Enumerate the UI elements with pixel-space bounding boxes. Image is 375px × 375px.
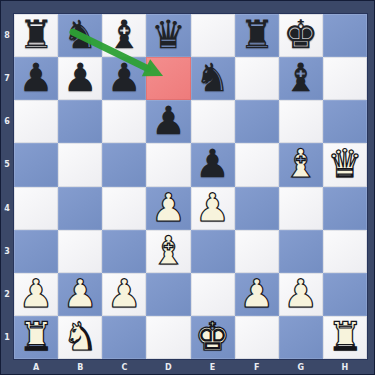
rank-label-3: 3 <box>0 230 14 273</box>
black-pawn-d6: ♟ <box>151 101 186 140</box>
white-rook-h1: ♜ <box>327 317 362 356</box>
square-c6[interactable] <box>102 100 146 143</box>
square-c3[interactable] <box>102 230 146 273</box>
square-b1[interactable]: ♞ <box>58 316 102 359</box>
square-b4[interactable] <box>58 187 102 230</box>
rank-label-2: 2 <box>0 273 14 316</box>
square-b7[interactable]: ♟ <box>58 57 102 100</box>
black-rook-f8: ♜ <box>239 15 274 54</box>
square-c4[interactable] <box>102 187 146 230</box>
square-d2[interactable] <box>146 273 190 316</box>
black-knight-b8: ♞ <box>63 15 98 54</box>
square-e4[interactable]: ♟ <box>191 187 235 230</box>
square-d1[interactable] <box>146 316 190 359</box>
square-d8[interactable]: ♛ <box>146 14 190 57</box>
square-a3[interactable] <box>14 230 58 273</box>
square-f7[interactable] <box>235 57 279 100</box>
white-pawn-d4: ♟ <box>151 188 186 227</box>
square-a5[interactable] <box>14 143 58 186</box>
square-g2[interactable]: ♟ <box>279 273 323 316</box>
black-bishop-g7: ♝ <box>283 58 318 97</box>
square-d3[interactable]: ♝ <box>146 230 190 273</box>
white-pawn-a2: ♟ <box>19 274 54 313</box>
square-h7[interactable] <box>323 57 367 100</box>
rank-label-1: 1 <box>0 316 14 359</box>
square-f1[interactable] <box>235 316 279 359</box>
square-g5[interactable]: ♝ <box>279 143 323 186</box>
rank-label-8: 8 <box>0 14 14 57</box>
square-h5[interactable]: ♛ <box>323 143 367 186</box>
rank-label-4: 4 <box>0 187 14 230</box>
square-e6[interactable] <box>191 100 235 143</box>
square-b2[interactable]: ♟ <box>58 273 102 316</box>
square-b6[interactable] <box>58 100 102 143</box>
file-label-a: A <box>14 359 58 375</box>
file-label-h: H <box>323 359 367 375</box>
square-b8[interactable]: ♞ <box>58 14 102 57</box>
square-d7[interactable] <box>146 57 190 100</box>
square-g4[interactable] <box>279 187 323 230</box>
square-h6[interactable] <box>323 100 367 143</box>
white-bishop-d3: ♝ <box>151 231 186 270</box>
square-f8[interactable]: ♜ <box>235 14 279 57</box>
square-a7[interactable]: ♟ <box>14 57 58 100</box>
square-e7[interactable]: ♞ <box>191 57 235 100</box>
square-g3[interactable] <box>279 230 323 273</box>
square-c1[interactable] <box>102 316 146 359</box>
square-a8[interactable]: ♜ <box>14 14 58 57</box>
chess-board: ♜♞♝♛♜♚♟♟♟♞♝♟♟♝♛♟♟♝♟♟♟♟♟♜♞♚♜ <box>14 14 367 359</box>
file-label-f: F <box>235 359 279 375</box>
black-bishop-c8: ♝ <box>107 15 142 54</box>
square-b5[interactable] <box>58 143 102 186</box>
square-h2[interactable] <box>323 273 367 316</box>
square-g6[interactable] <box>279 100 323 143</box>
square-e1[interactable]: ♚ <box>191 316 235 359</box>
file-label-d: D <box>146 359 190 375</box>
white-pawn-c2: ♟ <box>107 274 142 313</box>
black-pawn-e5: ♟ <box>195 144 230 183</box>
square-c2[interactable]: ♟ <box>102 273 146 316</box>
square-a1[interactable]: ♜ <box>14 316 58 359</box>
square-g8[interactable]: ♚ <box>279 14 323 57</box>
black-pawn-c7: ♟ <box>107 58 142 97</box>
black-pawn-a7: ♟ <box>19 58 54 97</box>
square-g7[interactable]: ♝ <box>279 57 323 100</box>
black-knight-e7: ♞ <box>195 58 230 97</box>
square-a4[interactable] <box>14 187 58 230</box>
square-e3[interactable] <box>191 230 235 273</box>
black-pawn-b7: ♟ <box>63 58 98 97</box>
chess-board-window: ♜♞♝♛♜♚♟♟♟♞♝♟♟♝♛♟♟♝♟♟♟♟♟♜♞♚♜ 87654321 ABC… <box>0 0 375 375</box>
black-rook-a8: ♜ <box>19 15 54 54</box>
square-f5[interactable] <box>235 143 279 186</box>
square-g1[interactable] <box>279 316 323 359</box>
white-pawn-f2: ♟ <box>239 274 274 313</box>
white-knight-b1: ♞ <box>63 317 98 356</box>
square-f2[interactable]: ♟ <box>235 273 279 316</box>
black-queen-d8: ♛ <box>151 15 186 54</box>
square-e2[interactable] <box>191 273 235 316</box>
file-label-g: G <box>279 359 323 375</box>
white-pawn-b2: ♟ <box>63 274 98 313</box>
black-king-g8: ♚ <box>283 15 318 54</box>
square-f3[interactable] <box>235 230 279 273</box>
file-label-b: B <box>58 359 102 375</box>
square-b3[interactable] <box>58 230 102 273</box>
file-label-e: E <box>191 359 235 375</box>
rank-label-6: 6 <box>0 100 14 143</box>
square-c8[interactable]: ♝ <box>102 14 146 57</box>
square-h8[interactable] <box>323 14 367 57</box>
square-e5[interactable]: ♟ <box>191 143 235 186</box>
square-e8[interactable] <box>191 14 235 57</box>
square-h1[interactable]: ♜ <box>323 316 367 359</box>
square-h4[interactable] <box>323 187 367 230</box>
square-c7[interactable]: ♟ <box>102 57 146 100</box>
white-bishop-g5: ♝ <box>283 144 318 183</box>
square-f6[interactable] <box>235 100 279 143</box>
white-pawn-e4: ♟ <box>195 188 230 227</box>
rank-label-5: 5 <box>0 143 14 186</box>
square-f4[interactable] <box>235 187 279 230</box>
square-a6[interactable] <box>14 100 58 143</box>
white-rook-a1: ♜ <box>19 317 54 356</box>
file-label-c: C <box>102 359 146 375</box>
white-queen-h5: ♛ <box>327 144 362 183</box>
white-king-e1: ♚ <box>195 317 230 356</box>
rank-label-7: 7 <box>0 57 14 100</box>
square-d5[interactable] <box>146 143 190 186</box>
square-d4[interactable]: ♟ <box>146 187 190 230</box>
square-a2[interactable]: ♟ <box>14 273 58 316</box>
square-h3[interactable] <box>323 230 367 273</box>
square-c5[interactable] <box>102 143 146 186</box>
white-pawn-g2: ♟ <box>283 274 318 313</box>
square-d6[interactable]: ♟ <box>146 100 190 143</box>
